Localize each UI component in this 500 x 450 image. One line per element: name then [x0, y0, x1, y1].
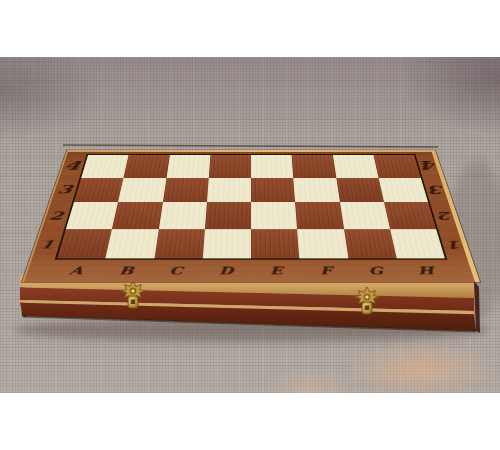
- clasp-right-slot: [365, 306, 369, 311]
- file-label-f: F: [300, 261, 352, 281]
- square-h4: [373, 155, 421, 178]
- square-d3: [207, 178, 251, 203]
- square-d2: [205, 202, 251, 229]
- square-f3: [293, 178, 339, 203]
- square-f1: [297, 229, 348, 258]
- square-g4: [332, 155, 378, 178]
- board-grid: [57, 155, 445, 259]
- clasp-right-knob-highlight: [365, 295, 368, 298]
- square-a4: [81, 155, 129, 178]
- square-c3: [162, 178, 208, 203]
- square-c1: [154, 229, 205, 258]
- square-g3: [336, 178, 384, 203]
- square-c2: [158, 202, 206, 229]
- maple-trim-back: [66, 150, 435, 152]
- square-a2: [66, 202, 118, 229]
- square-g1: [344, 229, 397, 258]
- square-b1: [106, 229, 159, 258]
- file-label-e: E: [251, 261, 302, 281]
- photo-of-chess-box: 4321 4321 ABCDEFGH: [0, 0, 500, 450]
- clasp-left-slot: [131, 300, 135, 305]
- file-label-g: G: [349, 261, 403, 281]
- square-a3: [74, 178, 124, 203]
- chess-board-lid: 4321 4321 ABCDEFGH: [22, 150, 480, 282]
- square-e2: [251, 202, 297, 229]
- square-a1: [57, 229, 112, 258]
- square-b3: [118, 178, 166, 203]
- square-c4: [166, 155, 210, 178]
- board-outline: [55, 154, 447, 260]
- clasp-left-knob-highlight: [131, 289, 134, 292]
- file-labels: ABCDEFGH: [48, 261, 453, 281]
- square-f2: [295, 202, 343, 229]
- box-fold-gap-line: [63, 145, 438, 147]
- square-e1: [251, 229, 299, 258]
- square-e4: [251, 155, 293, 178]
- square-h2: [384, 202, 436, 229]
- square-f4: [292, 155, 336, 178]
- square-d4: [209, 155, 251, 178]
- file-label-d: D: [200, 261, 251, 281]
- file-label-a: A: [48, 261, 103, 281]
- file-label-c: C: [150, 261, 202, 281]
- square-e3: [251, 178, 295, 203]
- file-label-b: B: [99, 261, 153, 281]
- file-label-h: H: [398, 261, 453, 281]
- square-h3: [378, 178, 428, 203]
- square-b2: [112, 202, 162, 229]
- square-g2: [340, 202, 390, 229]
- square-b4: [124, 155, 170, 178]
- square-d1: [203, 229, 251, 258]
- square-h1: [390, 229, 445, 258]
